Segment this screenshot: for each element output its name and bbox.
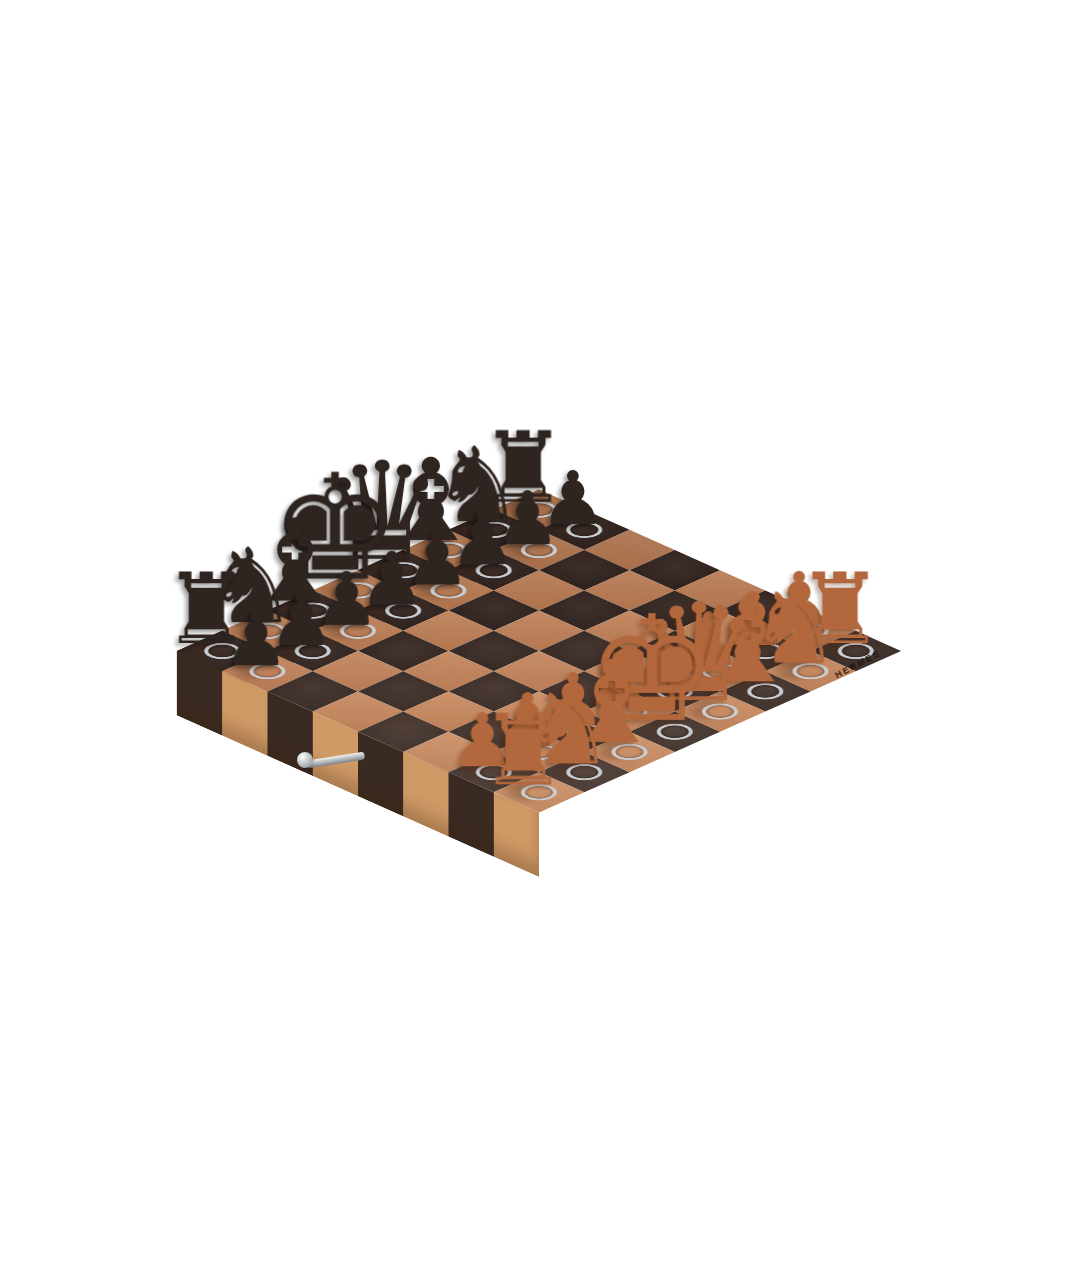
metal-peg-icon	[297, 742, 377, 776]
chessboard: ♜♟♞♟♝♟♛♟♚♟♝♟♟♞♜♟♟♜♞♟♟♝♟♛♟♚♟♝♟♞♟♜	[177, 489, 901, 812]
piece-white-rook-h1[interactable]: ♜	[414, 701, 634, 799]
product-photo: ♜♟♞♟♝♟♛♟♚♟♝♟♟♞♜♟♟♜♞♟♟♝♟♛♟♚♟♝♟♞♟♜ HERMÈS	[0, 0, 1080, 1280]
piece-black-pawn-h7[interactable]: ♟	[146, 602, 366, 676]
peg-ball	[297, 752, 313, 768]
peg-shaft	[307, 752, 366, 769]
